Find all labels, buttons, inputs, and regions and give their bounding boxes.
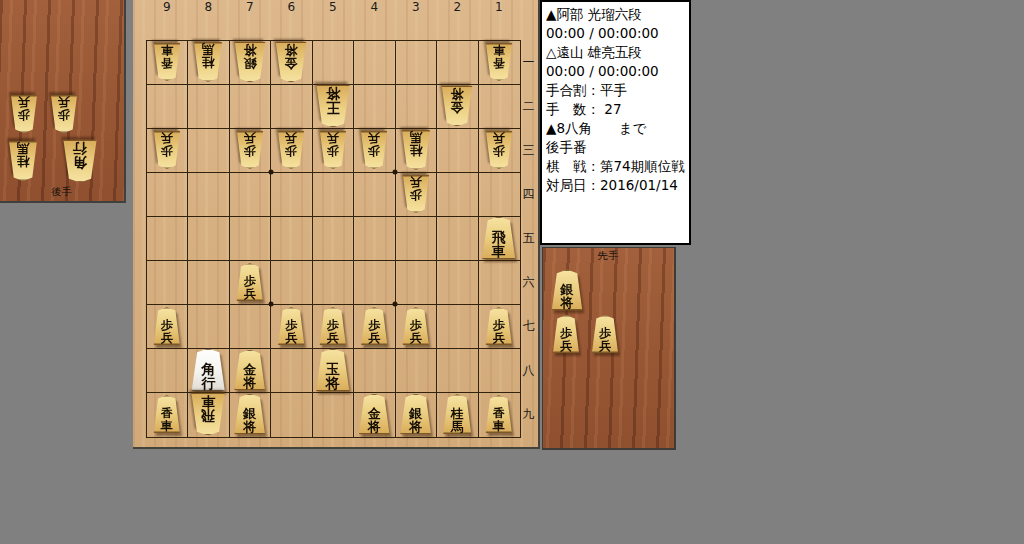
board-square — [396, 85, 437, 129]
app-window: 後手 歩兵歩兵桂馬角行 987654321一二三四五六七八九香車桂馬銀将金将香車… — [0, 0, 1024, 544]
shogi-piece-sente: 歩兵 — [401, 307, 430, 345]
shogi-piece-gote: 歩兵 — [10, 95, 39, 133]
file-label: 9 — [146, 0, 188, 14]
board-square — [188, 173, 229, 217]
shogi-piece-gote: 歩兵 — [360, 131, 389, 169]
board-square — [396, 349, 437, 393]
shogi-piece-sente: 歩兵 — [277, 307, 306, 345]
shogi-piece-gote: 歩兵 — [318, 131, 347, 169]
shogi-piece-gote: 銀将 — [233, 42, 267, 83]
shogi-piece-gote: 歩兵 — [235, 131, 264, 169]
rank-label: 八 — [521, 348, 536, 392]
shogi-piece-gote: 香車 — [152, 43, 181, 81]
rank-label: 四 — [521, 172, 536, 216]
board-square — [313, 393, 354, 437]
board-square — [188, 305, 229, 349]
board-square — [147, 85, 188, 129]
board-square — [354, 217, 395, 261]
board-square — [271, 349, 312, 393]
shogi-piece-gote: 飛車 — [190, 393, 227, 436]
shogi-piece-gote: 角行 — [62, 140, 99, 183]
file-label: 1 — [478, 0, 520, 14]
last-move-line: ▲8八角 まで — [546, 119, 687, 138]
star-point — [268, 170, 273, 175]
shogi-piece-sente: 歩兵 — [591, 315, 620, 353]
board-square — [437, 173, 478, 217]
board-square — [313, 261, 354, 305]
tournament-line: 棋 戦：第74期順位戦Ｃ級 — [546, 157, 687, 176]
file-label: 3 — [395, 0, 437, 14]
board-square — [354, 261, 395, 305]
shogi-piece-gote: 歩兵 — [401, 175, 430, 213]
board-square — [437, 217, 478, 261]
rank-label: 七 — [521, 304, 536, 348]
shogi-piece-sente: 銀将 — [399, 394, 433, 435]
shogi-piece-sente: 角行 — [190, 349, 227, 392]
file-label: 6 — [271, 0, 313, 14]
shogi-piece-sente: 香車 — [152, 395, 181, 433]
shogi-piece-gote: 歩兵 — [484, 131, 513, 169]
shogi-piece-sente: 香車 — [484, 395, 513, 433]
shogi-piece-sente: 歩兵 — [552, 315, 581, 353]
move-count-line: 手 数： 27 — [546, 100, 687, 119]
shogi-piece-gote: 金将 — [274, 42, 308, 83]
file-label: 5 — [312, 0, 354, 14]
shogi-piece-gote: 桂馬 — [400, 130, 431, 170]
shogi-piece-sente: 歩兵 — [235, 263, 264, 301]
side-to-move-line: 後手番 — [546, 138, 687, 157]
board-square — [437, 305, 478, 349]
board-square — [313, 173, 354, 217]
board-square — [313, 41, 354, 85]
board-square — [147, 217, 188, 261]
sente-player-name: ▲阿部 光瑠六段 — [546, 5, 687, 24]
board-square — [147, 349, 188, 393]
board-square — [479, 261, 520, 305]
board-square — [230, 305, 271, 349]
gote-player-name: △遠山 雄亮五段 — [546, 43, 687, 62]
star-point — [393, 170, 398, 175]
board-square — [271, 393, 312, 437]
board-square — [230, 217, 271, 261]
shogi-board: 987654321一二三四五六七八九香車桂馬銀将金将香車王将金将歩兵歩兵歩兵歩兵… — [133, 0, 540, 449]
shogi-piece-gote: 王将 — [314, 85, 351, 128]
star-point — [268, 302, 273, 307]
file-label: 7 — [229, 0, 271, 14]
board-square — [188, 217, 229, 261]
shogi-piece-gote: 歩兵 — [152, 131, 181, 169]
board-square — [396, 41, 437, 85]
shogi-piece-sente: 歩兵 — [360, 307, 389, 345]
shogi-piece-sente: 玉将 — [314, 349, 351, 392]
rank-label: 五 — [521, 216, 536, 260]
rank-label: 二 — [521, 84, 536, 128]
board-square — [271, 261, 312, 305]
sente-clock: 00:00 / 00:00:00 — [546, 24, 687, 43]
shogi-piece-gote: 桂馬 — [193, 42, 224, 82]
shogi-piece-sente: 歩兵 — [318, 307, 347, 345]
gote-tray-label: 後手 — [0, 185, 124, 199]
star-point — [393, 302, 398, 307]
shogi-piece-gote: 香車 — [484, 43, 513, 81]
board-square — [230, 173, 271, 217]
shogi-piece-sente: 歩兵 — [484, 307, 513, 345]
rank-label: 九 — [521, 392, 536, 436]
board-square — [354, 349, 395, 393]
board-square — [147, 173, 188, 217]
game-info-panel: ▲阿部 光瑠六段 00:00 / 00:00:00 △遠山 雄亮五段 00:00… — [540, 0, 691, 245]
board-square — [271, 217, 312, 261]
board-square — [479, 85, 520, 129]
rank-label: 六 — [521, 260, 536, 304]
gote-clock: 00:00 / 00:00:00 — [546, 62, 687, 81]
board-square — [479, 349, 520, 393]
board-square — [437, 41, 478, 85]
board-square — [354, 41, 395, 85]
file-label: 4 — [354, 0, 396, 14]
shogi-piece-sente: 金将 — [357, 394, 391, 435]
shogi-piece-sente: 金将 — [233, 350, 267, 391]
gote-captured-tray: 後手 歩兵歩兵桂馬角行 — [0, 0, 126, 203]
shogi-piece-gote: 金将 — [440, 86, 474, 127]
board-square — [354, 173, 395, 217]
shogi-piece-gote: 歩兵 — [50, 95, 79, 133]
game-date-line: 対局日：2016/01/14 — [546, 176, 687, 195]
shogi-piece-sente: 歩兵 — [152, 307, 181, 345]
board-square — [188, 129, 229, 173]
shogi-piece-sente: 銀将 — [550, 270, 584, 311]
shogi-piece-gote: 歩兵 — [277, 131, 306, 169]
shogi-piece-gote: 桂馬 — [8, 141, 39, 181]
board-square — [396, 217, 437, 261]
board-square — [188, 85, 229, 129]
sente-tray-label: 先手 — [543, 249, 674, 263]
shogi-piece-sente: 桂馬 — [442, 394, 473, 434]
board-square — [437, 349, 478, 393]
rank-label: 三 — [521, 128, 536, 172]
shogi-piece-sente: 銀将 — [233, 394, 267, 435]
board-square — [313, 217, 354, 261]
file-label: 2 — [437, 0, 479, 14]
sente-captured-tray: 先手 銀将歩兵歩兵 — [542, 247, 676, 450]
board-square — [396, 261, 437, 305]
board-square — [354, 85, 395, 129]
board-square — [437, 261, 478, 305]
file-label: 8 — [188, 0, 230, 14]
board-square — [479, 173, 520, 217]
board-square — [230, 85, 271, 129]
board-square — [271, 173, 312, 217]
rank-label: 一 — [521, 40, 536, 84]
board-square — [437, 129, 478, 173]
shogi-piece-sente: 飛車 — [480, 217, 517, 260]
board-square — [271, 85, 312, 129]
board-square — [188, 261, 229, 305]
handicap-line: 手合割：平手 — [546, 81, 687, 100]
board-square — [147, 261, 188, 305]
